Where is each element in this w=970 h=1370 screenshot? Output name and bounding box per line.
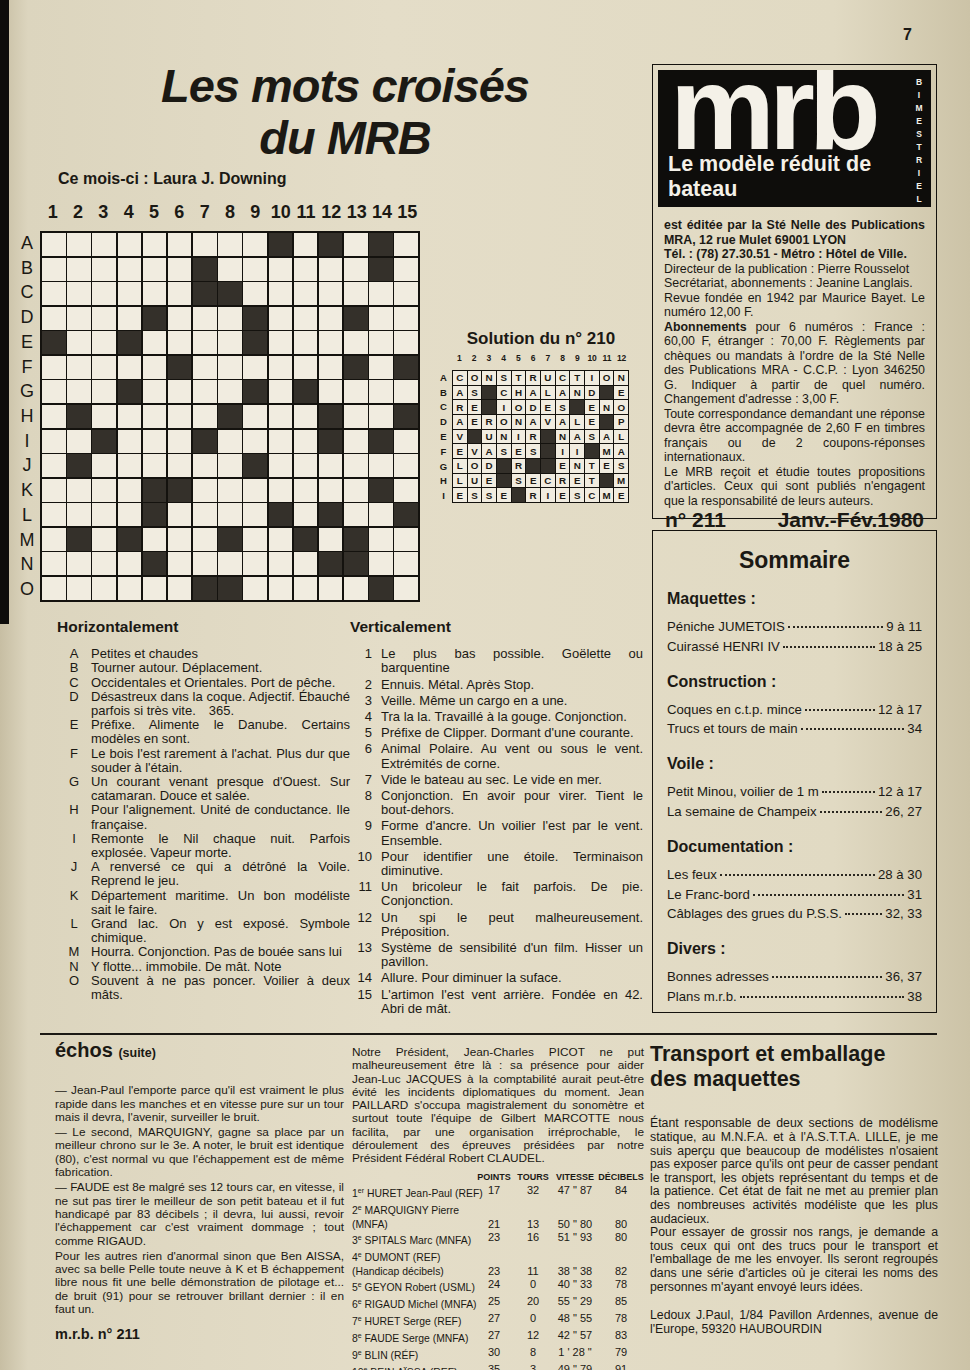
col-label-5: 5 bbox=[141, 202, 166, 223]
clue-text-across-D: Désastreux dans la coque. Adjectif. Ébau… bbox=[91, 690, 350, 718]
clue-text-down-4: Tra la la. Travaillé à la gouge. Conjonc… bbox=[381, 710, 643, 724]
result-value: 83 bbox=[598, 1329, 644, 1346]
cell-K1 bbox=[42, 479, 66, 502]
result-value: 49 " 79 bbox=[552, 1363, 598, 1370]
sol-cell-D4: O bbox=[497, 415, 511, 429]
cell-J13 bbox=[344, 454, 368, 477]
sol-cell-F12: A bbox=[614, 444, 628, 458]
sol-cell-G3: D bbox=[482, 459, 496, 473]
cell-D7 bbox=[193, 307, 217, 330]
cell-L6 bbox=[168, 503, 192, 526]
sommaire-item-pages: 26, 27 bbox=[885, 802, 922, 822]
cell-J14 bbox=[369, 454, 393, 477]
across-clues-heading: Horizontalement bbox=[57, 620, 350, 634]
col-label-2: 2 bbox=[65, 202, 90, 223]
clue-label-across-D: D bbox=[57, 690, 91, 718]
clue-text-across-I: Remonte le Nil chaque nuit. Parfois expl… bbox=[91, 832, 350, 860]
sol-cell-I10: C bbox=[585, 488, 599, 502]
cell-F1 bbox=[42, 356, 66, 379]
results-table-head: POINTSTOURSVITESSEDÉCIBELS bbox=[352, 1171, 644, 1184]
cell-B10 bbox=[269, 258, 293, 281]
cell-E14 bbox=[369, 331, 393, 354]
cell-O12 bbox=[319, 577, 343, 600]
sommaire-item-pages: 18 à 25 bbox=[878, 637, 922, 657]
cell-C5 bbox=[143, 282, 167, 305]
table-row-9: 9e BLIN (RÉF)3081 ' 28 "79 bbox=[352, 1346, 644, 1363]
cell-D12 bbox=[319, 307, 343, 330]
sol-cell-B12: E bbox=[614, 386, 628, 400]
cell-L12 bbox=[319, 503, 343, 526]
clue-across-H: HPour l'alignement. Unité de conductance… bbox=[57, 803, 350, 831]
clue-down-2: 2Ennuis. Métal. Après Stop. bbox=[350, 678, 643, 692]
cell-I1 bbox=[42, 430, 66, 453]
sol-col-label-5: 5 bbox=[511, 353, 526, 363]
sommaire-item-label: Coques en c.t.p. mince bbox=[667, 700, 802, 720]
cell-K5 bbox=[143, 479, 167, 502]
cell-O10 bbox=[269, 577, 293, 600]
info-paragraph-3: Directeur de la publication : Pierre Rou… bbox=[664, 262, 925, 277]
cell-E5 bbox=[143, 331, 167, 354]
sol-col-label-6: 6 bbox=[526, 353, 541, 363]
sol-cell-C7: E bbox=[541, 400, 555, 414]
clue-label-across-H: H bbox=[57, 803, 91, 831]
clue-text-across-C: Occidentales et Orientales. Port de pêch… bbox=[91, 676, 350, 690]
left-edge-bar bbox=[0, 0, 9, 624]
cell-I4 bbox=[118, 430, 142, 453]
cell-M8 bbox=[218, 528, 242, 551]
sol-col-label-7: 7 bbox=[541, 353, 556, 363]
sol-cell-E9: A bbox=[570, 430, 584, 444]
sol-cell-A8: C bbox=[556, 371, 570, 385]
sol-cell-B6: A bbox=[526, 386, 540, 400]
dotted-leader bbox=[740, 996, 905, 998]
sommaire-item-5-2: Plans m.r.b.38 bbox=[667, 987, 922, 1007]
sol-cell-G12: S bbox=[614, 459, 628, 473]
cell-E10 bbox=[269, 331, 293, 354]
cell-I9 bbox=[243, 430, 267, 453]
dotted-leader bbox=[822, 791, 875, 793]
clue-label-down-14: 14 bbox=[350, 971, 372, 985]
sol-cell-C6: D bbox=[526, 400, 540, 414]
clue-text-across-B: Tourner autour. Déplacement. bbox=[91, 661, 350, 675]
result-value: 91 bbox=[598, 1363, 644, 1370]
cell-N7 bbox=[193, 552, 217, 575]
sol-cell-C10: E bbox=[585, 400, 599, 414]
cell-B14 bbox=[369, 258, 393, 281]
clue-label-down-4: 4 bbox=[350, 710, 372, 724]
sommaire-section-heading-4: Documentation : bbox=[667, 838, 922, 856]
sommaire-section-heading-3: Voile : bbox=[667, 755, 922, 773]
sommaire-section-heading-2: Construction : bbox=[667, 673, 922, 691]
clue-label-across-K: K bbox=[57, 889, 91, 917]
cell-A10 bbox=[269, 233, 293, 256]
masthead-subtitle: Le modèle réduit de bateau bbox=[668, 152, 931, 202]
cell-D8 bbox=[218, 307, 242, 330]
cell-G1 bbox=[42, 380, 66, 403]
cell-H5 bbox=[143, 405, 167, 428]
result-value: 84 bbox=[598, 1184, 644, 1201]
cell-H10 bbox=[269, 405, 293, 428]
cell-G7 bbox=[193, 380, 217, 403]
cell-B15 bbox=[394, 258, 418, 281]
cell-L7 bbox=[193, 503, 217, 526]
table-row-3: 3e SPITALS Marc (MNFA)231651 " 9380 bbox=[352, 1231, 644, 1248]
cell-I8 bbox=[218, 430, 242, 453]
clue-text-down-9: Forme d'ancre. Un voilier l'est par le v… bbox=[381, 819, 643, 847]
sommaire-section-heading-1: Maquettes : bbox=[667, 590, 922, 608]
cell-K3 bbox=[92, 479, 116, 502]
cell-N2 bbox=[67, 552, 91, 575]
cell-L5 bbox=[143, 503, 167, 526]
echos-column: échos (suite) — Jean-Paul l'emporte parc… bbox=[55, 1044, 344, 1318]
sommaire-item-pages: 28 à 30 bbox=[878, 865, 922, 885]
clue-label-down-8: 8 bbox=[350, 789, 372, 817]
cell-C3 bbox=[92, 282, 116, 305]
sommaire-item-pages: 9 à 11 bbox=[886, 617, 922, 637]
transport-paragraphs: Étant responsable de deux sections de mo… bbox=[650, 1117, 938, 1294]
cell-I3 bbox=[92, 430, 116, 453]
cell-H4 bbox=[118, 405, 142, 428]
cell-E6 bbox=[168, 331, 192, 354]
cell-L2 bbox=[67, 503, 91, 526]
sol-row-label-E: E bbox=[437, 429, 450, 444]
sol-cell-I1: E bbox=[453, 488, 467, 502]
result-value: 23 bbox=[474, 1231, 514, 1248]
sol-cell-H5: S bbox=[512, 474, 526, 488]
across-clues: Horizontalement APetites et chaudesBTour… bbox=[57, 620, 350, 1002]
clue-down-11: 11Un bricoleur le fait parfois. De pie. … bbox=[350, 880, 643, 908]
cell-A11 bbox=[294, 233, 318, 256]
sommaire-item-1-2: Cuirassé HENRI IV18 à 25 bbox=[667, 637, 922, 657]
info-paragraph-2: Tél. : (78) 27.30.51 - Métro : Hôtel de … bbox=[664, 247, 925, 262]
sol-row-label-C: C bbox=[437, 400, 450, 415]
result-value: 85 bbox=[598, 1295, 644, 1312]
row-label-K: K bbox=[16, 478, 38, 503]
sol-row-label-H: H bbox=[437, 473, 450, 488]
col-label-13: 13 bbox=[344, 202, 369, 223]
sol-cell-E5: I bbox=[512, 430, 526, 444]
result-value: 47 " 87 bbox=[552, 1184, 598, 1201]
cell-E12 bbox=[319, 331, 343, 354]
cell-L9 bbox=[243, 503, 267, 526]
cell-F3 bbox=[92, 356, 116, 379]
sol-cell-G6 bbox=[526, 459, 540, 473]
solution-title: Solution du n° 210 bbox=[445, 329, 637, 349]
sol-cell-H7: C bbox=[541, 474, 555, 488]
cell-A6 bbox=[168, 233, 192, 256]
col-label-4: 4 bbox=[116, 202, 141, 223]
cell-H8 bbox=[218, 405, 242, 428]
page-number: 7 bbox=[903, 26, 912, 44]
cell-J9 bbox=[243, 454, 267, 477]
result-value: 16 bbox=[514, 1231, 552, 1248]
cell-J8 bbox=[218, 454, 242, 477]
cell-C8 bbox=[218, 282, 242, 305]
clue-across-J: JA renversé ce qui a détrôné la Voile. R… bbox=[57, 860, 350, 888]
echos-paragraph-4: Pour les autres rien d'anormal sinon que… bbox=[55, 1250, 344, 1316]
sol-col-label-1: 1 bbox=[452, 353, 467, 363]
clue-text-across-O: Souvent à ne pas poncer. Voilier à deux … bbox=[91, 974, 350, 1002]
cell-J15 bbox=[394, 454, 418, 477]
clue-text-down-2: Ennuis. Métal. Après Stop. bbox=[381, 678, 643, 692]
page-footer: m.r.b. n° 211 bbox=[55, 1326, 140, 1342]
cell-H12 bbox=[319, 405, 343, 428]
sol-cell-C3 bbox=[482, 400, 496, 414]
sol-cell-F1: E bbox=[453, 444, 467, 458]
crossword-col-labels: 123456789101112131415 bbox=[40, 202, 420, 223]
sol-cell-B10: D bbox=[585, 386, 599, 400]
table-row-2-name: 2e MARQUIGNY Pierre bbox=[352, 1201, 644, 1218]
clue-label-down-1: 1 bbox=[350, 647, 372, 675]
competitor-name: 4e DUMONT (REF) bbox=[352, 1248, 644, 1265]
result-value: 30 bbox=[474, 1346, 514, 1363]
sol-cell-B2: S bbox=[468, 386, 482, 400]
result-value: 51 " 93 bbox=[552, 1231, 598, 1248]
sol-cell-D5: N bbox=[512, 415, 526, 429]
cell-C14 bbox=[369, 282, 393, 305]
masthead: mrb BIMESTRIEL Le modèle réduit de batea… bbox=[658, 70, 931, 207]
sol-cell-A10: I bbox=[585, 371, 599, 385]
clue-label-down-12: 12 bbox=[350, 911, 372, 939]
result-value: 42 " 57 bbox=[552, 1329, 598, 1346]
sol-cell-G7 bbox=[541, 459, 555, 473]
table-row-6: 6e RIGAUD Michel (MNFA)252055 " 2985 bbox=[352, 1295, 644, 1312]
clue-across-G: GUn courant venant presque d'Ouest. Sur … bbox=[57, 775, 350, 803]
cell-G13 bbox=[344, 380, 368, 403]
cell-C7 bbox=[193, 282, 217, 305]
cell-I13 bbox=[344, 430, 368, 453]
sol-cell-G9: N bbox=[570, 459, 584, 473]
sol-col-label-10: 10 bbox=[585, 353, 600, 363]
cell-M11 bbox=[294, 528, 318, 551]
col-label-1: 1 bbox=[40, 202, 65, 223]
cell-G11 bbox=[294, 380, 318, 403]
echos-paragraphs: — Jean-Paul l'emporte parce qu'il est vr… bbox=[55, 1084, 344, 1316]
sol-cell-I12: E bbox=[614, 488, 628, 502]
cell-B6 bbox=[168, 258, 192, 281]
sol-cell-C5: O bbox=[512, 400, 526, 414]
cell-M5 bbox=[143, 528, 167, 551]
sol-col-label-11: 11 bbox=[600, 353, 615, 363]
sol-row-label-I: I bbox=[437, 488, 450, 503]
transport-heading-line2: des maquettes bbox=[650, 1067, 801, 1091]
clue-across-I: IRemonte le Nil chaque nuit. Parfois exp… bbox=[57, 832, 350, 860]
clue-label-down-2: 2 bbox=[350, 678, 372, 692]
cell-M1 bbox=[42, 528, 66, 551]
cell-M7 bbox=[193, 528, 217, 551]
cell-E15 bbox=[394, 331, 418, 354]
clue-down-14: 14Allure. Pour diminuer la suface. bbox=[350, 971, 643, 985]
cell-A12 bbox=[319, 233, 343, 256]
sol-cell-D1: A bbox=[453, 415, 467, 429]
sol-cell-G5: R bbox=[512, 459, 526, 473]
cell-D1 bbox=[42, 307, 66, 330]
clue-label-across-M: M bbox=[57, 945, 91, 959]
row-label-N: N bbox=[16, 553, 38, 578]
sol-cell-D11 bbox=[600, 415, 614, 429]
clue-text-across-E: Préfixe. Alimente le Danube. Certains mo… bbox=[91, 718, 350, 746]
clue-text-down-11: Un bricoleur le fait parfois. De pie. Co… bbox=[381, 880, 643, 908]
clue-label-down-9: 9 bbox=[350, 819, 372, 847]
cell-B7 bbox=[193, 258, 217, 281]
sommaire-title: Sommaire bbox=[667, 547, 922, 574]
sommaire-item-pages: 38 bbox=[907, 987, 922, 1007]
sommaire-item-pages: 34 bbox=[907, 719, 922, 739]
col-label-9: 9 bbox=[243, 202, 268, 223]
cell-O3 bbox=[92, 577, 116, 600]
clue-label-down-10: 10 bbox=[350, 850, 372, 878]
cell-O5 bbox=[143, 577, 167, 600]
cell-K8 bbox=[218, 479, 242, 502]
cell-L1 bbox=[42, 503, 66, 526]
cell-O15 bbox=[394, 577, 418, 600]
competitor-name: 5e GEYON Robert (USML) bbox=[352, 1278, 474, 1295]
sommaire-item-2-2: Trucs et tours de main34 bbox=[667, 719, 922, 739]
cell-I5 bbox=[143, 430, 167, 453]
sol-cell-H3: E bbox=[482, 474, 496, 488]
cell-J3 bbox=[92, 454, 116, 477]
sommaire-item-pages: 31 bbox=[907, 885, 922, 905]
cell-M3 bbox=[92, 528, 116, 551]
sommaire-item-4-3: Câblages des grues du P.S.S.32, 33 bbox=[667, 904, 922, 924]
cell-E1 bbox=[42, 331, 66, 354]
down-clues-heading: Verticalement bbox=[350, 620, 643, 634]
cell-J4 bbox=[118, 454, 142, 477]
sol-cell-E10: S bbox=[585, 430, 599, 444]
cell-G8 bbox=[218, 380, 242, 403]
clue-down-12: 12Un spi le peut malheureusement. Prépos… bbox=[350, 911, 643, 939]
competitor-name: 3e SPITALS Marc (MNFA) bbox=[352, 1231, 474, 1248]
author-byline: Ce mois-ci : Laura J. Downing bbox=[58, 170, 286, 188]
table-row-4-name: 4e DUMONT (REF) bbox=[352, 1248, 644, 1265]
cell-B1 bbox=[42, 258, 66, 281]
sol-cell-B7: L bbox=[541, 386, 555, 400]
dotted-leader bbox=[753, 894, 905, 896]
clue-text-down-8: Conjonction. En avoir pour virer. Tient … bbox=[381, 789, 643, 817]
clue-across-O: OSouvent à ne pas poncer. Voilier à deux… bbox=[57, 974, 350, 1002]
cell-I6 bbox=[168, 430, 192, 453]
cell-F5 bbox=[143, 356, 167, 379]
cell-A1 bbox=[42, 233, 66, 256]
sommaire-item-label: Trucs et tours de main bbox=[667, 719, 798, 739]
cell-C9 bbox=[243, 282, 267, 305]
cell-F11 bbox=[294, 356, 318, 379]
sol-cell-A12: N bbox=[614, 371, 628, 385]
cell-N12 bbox=[319, 552, 343, 575]
sol-cell-B9: N bbox=[570, 386, 584, 400]
cell-I11 bbox=[294, 430, 318, 453]
row-label-O: O bbox=[16, 577, 38, 602]
cell-E8 bbox=[218, 331, 242, 354]
cell-D11 bbox=[294, 307, 318, 330]
competitor-club: (MNFA) bbox=[352, 1218, 474, 1231]
clue-text-across-F: Le bois l'est rarement à l'achat. Plus d… bbox=[91, 747, 350, 775]
sol-col-label-4: 4 bbox=[496, 353, 511, 363]
echos-paragraph-1: — Jean-Paul l'emporte parce qu'il est vr… bbox=[55, 1084, 344, 1124]
sol-cell-F11: M bbox=[600, 444, 614, 458]
sol-cell-H9: E bbox=[570, 474, 584, 488]
cell-B4 bbox=[118, 258, 142, 281]
results-header-tours: TOURS bbox=[514, 1171, 552, 1184]
dotted-leader bbox=[788, 626, 884, 628]
cell-M9 bbox=[243, 528, 267, 551]
cell-E7 bbox=[193, 331, 217, 354]
sol-col-label-9: 9 bbox=[570, 353, 585, 363]
cell-H14 bbox=[369, 405, 393, 428]
sommaire-item-1-1: Péniche JUMETOIS9 à 11 bbox=[667, 617, 922, 637]
cell-F6 bbox=[168, 356, 192, 379]
sol-row-label-D: D bbox=[437, 414, 450, 429]
sol-cell-I2: S bbox=[468, 488, 482, 502]
clue-text-down-6: Animal Polaire. Au vent ou sous le vent.… bbox=[381, 742, 643, 770]
sol-cell-D7: V bbox=[541, 415, 555, 429]
sol-cell-B3 bbox=[482, 386, 496, 400]
clue-label-down-7: 7 bbox=[350, 773, 372, 787]
result-value: 40 " 33 bbox=[552, 1278, 598, 1295]
cell-N10 bbox=[269, 552, 293, 575]
echos-heading-main: échos bbox=[55, 1039, 113, 1061]
cell-N11 bbox=[294, 552, 318, 575]
sol-cell-D2: E bbox=[468, 415, 482, 429]
sol-cell-F9: I bbox=[570, 444, 584, 458]
cell-M15 bbox=[394, 528, 418, 551]
section-divider bbox=[40, 1033, 937, 1035]
cell-G14 bbox=[369, 380, 393, 403]
across-clues-list: APetites et chaudesBTourner autour. Dépl… bbox=[57, 647, 350, 1002]
sol-row-label-B: B bbox=[437, 385, 450, 400]
cell-O7 bbox=[193, 577, 217, 600]
echos-paragraph-3: — FAUDE est 8e malgré ses 12 tours car, … bbox=[55, 1181, 344, 1247]
cell-J10 bbox=[269, 454, 293, 477]
col-label-15: 15 bbox=[395, 202, 420, 223]
sol-cell-E6: R bbox=[526, 430, 540, 444]
sol-cell-H1: L bbox=[453, 474, 467, 488]
clue-text-across-J: A renversé ce qui a détrôné la Voile. Re… bbox=[91, 860, 350, 888]
sommaire-item-label: Petit Minou, voilier de 1 m bbox=[667, 782, 819, 802]
clue-across-B: BTourner autour. Déplacement. bbox=[57, 661, 350, 675]
cell-A2 bbox=[67, 233, 91, 256]
competitor-name: 7e HURET Serge (REF) bbox=[352, 1312, 474, 1329]
crossword-row-labels: ABCDEFGHIJKLMNO bbox=[16, 231, 38, 602]
cell-J2 bbox=[67, 454, 91, 477]
clue-across-E: EPréfixe. Alimente le Danube. Certains m… bbox=[57, 718, 350, 746]
result-value: 50 " 80 bbox=[552, 1218, 598, 1231]
cell-N14 bbox=[369, 552, 393, 575]
clue-label-down-5: 5 bbox=[350, 726, 372, 740]
sol-cell-A3: N bbox=[482, 371, 496, 385]
cell-I12 bbox=[319, 430, 343, 453]
cell-O2 bbox=[67, 577, 91, 600]
cell-K10 bbox=[269, 479, 293, 502]
cell-D6 bbox=[168, 307, 192, 330]
cell-C11 bbox=[294, 282, 318, 305]
cell-O4 bbox=[118, 577, 142, 600]
dotted-leader bbox=[720, 874, 875, 876]
result-value: 79 bbox=[598, 1346, 644, 1363]
sommaire-sections: Maquettes :Péniche JUMETOIS9 à 11Cuirass… bbox=[667, 590, 922, 1007]
transport-paragraph-1: Étant responsable de deux sections de mo… bbox=[650, 1117, 938, 1226]
sol-cell-I7: I bbox=[541, 488, 555, 502]
clue-across-F: FLe bois l'est rarement à l'achat. Plus … bbox=[57, 747, 350, 775]
clue-label-across-O: O bbox=[57, 974, 91, 1002]
cell-N13 bbox=[344, 552, 368, 575]
table-row-8: 8e FAUDE Serge (MNFA)271242 " 5783 bbox=[352, 1329, 644, 1346]
cell-N15 bbox=[394, 552, 418, 575]
clue-label-down-13: 13 bbox=[350, 941, 372, 969]
results-header-spacer bbox=[352, 1171, 474, 1184]
clue-text-down-5: Préfixe de Clipper. Dormant d'une couran… bbox=[381, 726, 643, 740]
cell-A3 bbox=[92, 233, 116, 256]
